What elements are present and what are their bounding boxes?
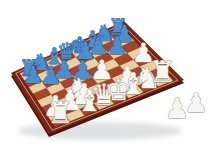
piece-white-r-h1: ♜ xyxy=(149,55,175,89)
piece-white-r-a1: ♜ xyxy=(47,96,73,130)
chess-board: ♜♞♝♛♚♝♞♜♟♟♟♟♟♟♟♟♟♟♞♟♟♟♟♜♝♛♚♝♞♜♟♟ xyxy=(0,0,210,152)
chess-photo-canvas: ♜♞♝♛♚♝♞♜♟♟♟♟♟♟♟♟♟♟♞♟♟♟♟♜♝♛♚♝♞♜♟♟ xyxy=(0,0,210,152)
offboard-piece-white-p: ♟ xyxy=(184,87,208,118)
